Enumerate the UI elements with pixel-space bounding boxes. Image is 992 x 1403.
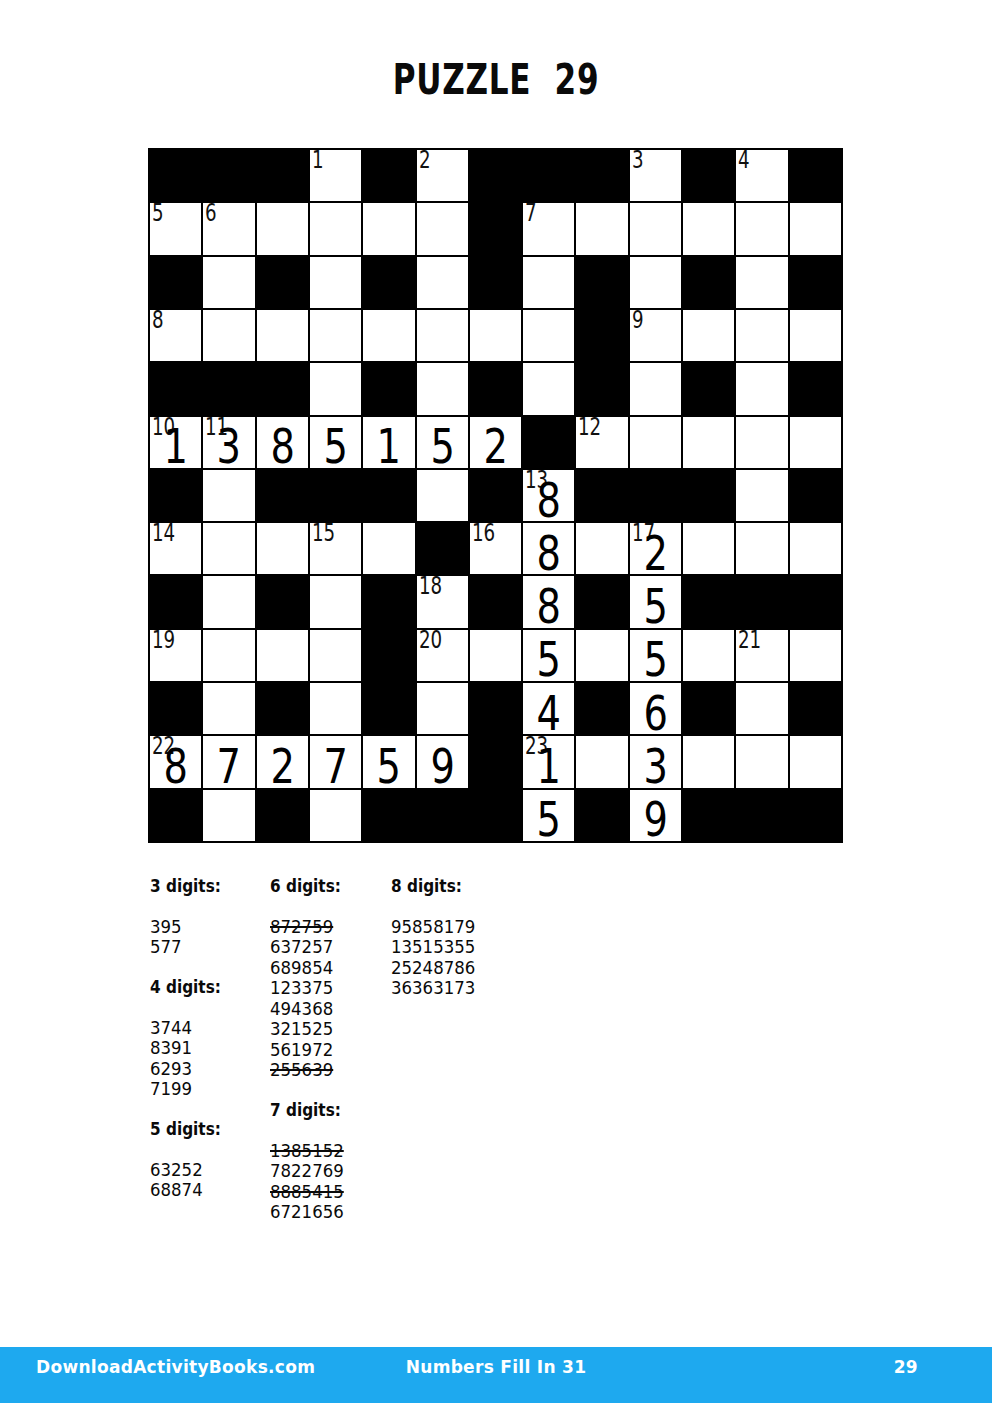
grid-cell[interactable]: 6 bbox=[630, 683, 681, 734]
grid-cell-black bbox=[363, 470, 414, 521]
clue-item: 6293 bbox=[150, 1059, 227, 1080]
clue-item: 6721656 bbox=[270, 1202, 356, 1223]
grid-cell-black bbox=[683, 150, 734, 201]
cell-clue-number: 15 bbox=[312, 520, 335, 548]
clue-group-header: 6 digits: bbox=[270, 876, 349, 897]
grid-cell[interactable] bbox=[523, 363, 574, 414]
grid-cell-black bbox=[790, 790, 841, 841]
grid-cell[interactable] bbox=[203, 523, 254, 574]
cell-filled-digit: 5 bbox=[368, 736, 409, 787]
grid-cell[interactable] bbox=[203, 257, 254, 308]
grid-cell-black bbox=[257, 150, 308, 201]
cell-filled-digit: 2 bbox=[475, 417, 516, 468]
cell-clue-number: 2 bbox=[419, 147, 431, 175]
cell-filled-digit: 1 bbox=[528, 736, 569, 787]
grid-cell-black bbox=[470, 363, 521, 414]
grid-cell-black bbox=[417, 790, 468, 841]
grid-cell-black bbox=[683, 790, 734, 841]
grid-cell-black bbox=[683, 683, 734, 734]
grid-cell-black bbox=[683, 257, 734, 308]
grid-cell-black bbox=[257, 683, 308, 734]
grid-cell-black bbox=[523, 150, 574, 201]
grid-cell-black bbox=[683, 576, 734, 627]
grid-cell[interactable]: 14 bbox=[150, 523, 201, 574]
cell-clue-number: 21 bbox=[738, 627, 761, 655]
grid-cell-black bbox=[576, 683, 627, 734]
grid-cell[interactable] bbox=[576, 630, 627, 681]
grid-cell-black bbox=[576, 790, 627, 841]
grid-cell[interactable] bbox=[310, 257, 361, 308]
grid-cell[interactable] bbox=[470, 310, 521, 361]
grid-cell-black bbox=[790, 363, 841, 414]
grid-cell-black bbox=[150, 150, 201, 201]
cell-clue-number: 19 bbox=[152, 627, 175, 655]
clue-item: 63252 bbox=[150, 1160, 227, 1181]
cell-clue-number: 7 bbox=[525, 200, 537, 228]
grid-cell-black bbox=[736, 576, 787, 627]
cell-clue-number: 9 bbox=[632, 307, 644, 335]
clue-item-crossed-out: 255639 bbox=[270, 1060, 356, 1081]
clue-group: 8 digits:9585817913515355252487863636317… bbox=[391, 876, 483, 999]
grid-cell[interactable] bbox=[736, 310, 787, 361]
grid-cell[interactable]: 16 bbox=[470, 523, 521, 574]
grid-cell[interactable] bbox=[310, 363, 361, 414]
cell-filled-digit: 6 bbox=[635, 683, 676, 734]
grid-cell[interactable]: 4 bbox=[736, 150, 787, 201]
grid-cell[interactable]: 5 bbox=[363, 736, 414, 787]
grid-cell-black bbox=[150, 363, 201, 414]
clue-lists: 3 digits:3955774 digits:3744839162937199… bbox=[0, 876, 992, 1236]
grid-cell[interactable] bbox=[310, 310, 361, 361]
grid-cell[interactable] bbox=[203, 576, 254, 627]
footer-page-number: 29 bbox=[894, 1357, 918, 1377]
grid-cell[interactable] bbox=[736, 257, 787, 308]
clue-item: 3744 bbox=[150, 1018, 227, 1039]
cell-filled-digit: 8 bbox=[528, 523, 569, 574]
grid-cell-black bbox=[363, 630, 414, 681]
grid-cell[interactable]: 2 bbox=[257, 736, 308, 787]
grid-cell-black bbox=[576, 150, 627, 201]
grid-cell[interactable] bbox=[417, 310, 468, 361]
clue-group: 4 digits:3744839162937199 bbox=[150, 977, 233, 1100]
grid-cell-black bbox=[736, 790, 787, 841]
grid-cell-black bbox=[363, 257, 414, 308]
clue-column: 8 digits:9585817913515355252487863636317… bbox=[391, 876, 483, 1018]
clue-item: 7822769 bbox=[270, 1161, 356, 1182]
clue-item: 8391 bbox=[150, 1038, 227, 1059]
cell-clue-number: 1 bbox=[312, 147, 324, 175]
clue-group: 7 digits:1385152782276988854156721656 bbox=[270, 1100, 363, 1223]
grid-cell[interactable] bbox=[203, 470, 254, 521]
puzzle-grid: 1234567891011138515212138141516817218851… bbox=[148, 148, 843, 843]
grid-cell[interactable]: 6 bbox=[203, 203, 254, 254]
cell-filled-digit: 8 bbox=[262, 417, 303, 468]
grid-cell-black bbox=[150, 790, 201, 841]
grid-cell[interactable] bbox=[790, 523, 841, 574]
grid-cell[interactable] bbox=[417, 683, 468, 734]
cell-filled-digit: 5 bbox=[635, 576, 676, 627]
clue-group: 6 digits:8727596372576898541233754943683… bbox=[270, 876, 363, 1081]
grid-cell[interactable] bbox=[630, 363, 681, 414]
cell-clue-number: 4 bbox=[738, 147, 750, 175]
cell-filled-digit: 3 bbox=[208, 417, 249, 468]
grid-cell[interactable] bbox=[203, 790, 254, 841]
grid-cell[interactable] bbox=[736, 470, 787, 521]
grid-cell-black bbox=[576, 257, 627, 308]
cell-filled-digit: 1 bbox=[368, 417, 409, 468]
grid-cell-black bbox=[257, 576, 308, 627]
clue-group-header: 4 digits: bbox=[150, 977, 221, 998]
cell-clue-number: 5 bbox=[152, 200, 164, 228]
grid-cell[interactable]: 101 bbox=[150, 417, 201, 468]
clue-item-crossed-out: 872759 bbox=[270, 917, 356, 938]
grid-cell[interactable] bbox=[257, 523, 308, 574]
clue-item: 7199 bbox=[150, 1079, 227, 1100]
grid-cell-black bbox=[576, 576, 627, 627]
cell-clue-number: 16 bbox=[472, 520, 495, 548]
grid-cell-black bbox=[310, 470, 361, 521]
grid-cell[interactable] bbox=[523, 257, 574, 308]
grid-cell-black bbox=[576, 470, 627, 521]
grid-cell[interactable]: 5 bbox=[630, 576, 681, 627]
clue-item: 637257 bbox=[270, 937, 356, 958]
clue-column: 6 digits:8727596372576898541233754943683… bbox=[270, 876, 363, 1242]
grid-cell[interactable] bbox=[310, 630, 361, 681]
cell-clue-number: 18 bbox=[419, 573, 442, 601]
grid-cell[interactable] bbox=[203, 683, 254, 734]
grid-cell[interactable] bbox=[363, 523, 414, 574]
grid-cell-black bbox=[150, 470, 201, 521]
grid-cell-black bbox=[203, 150, 254, 201]
grid-cell[interactable] bbox=[257, 630, 308, 681]
grid-cell-black bbox=[150, 576, 201, 627]
grid-cell[interactable] bbox=[257, 310, 308, 361]
grid-cell-black bbox=[150, 257, 201, 308]
grid-cell[interactable] bbox=[683, 203, 734, 254]
grid-cell[interactable] bbox=[417, 470, 468, 521]
page: PUZZLE 29 123456789101113851521213814151… bbox=[0, 0, 992, 1403]
grid-cell[interactable]: 9 bbox=[417, 736, 468, 787]
clue-item-crossed-out: 8885415 bbox=[270, 1182, 356, 1203]
grid-cell-black bbox=[203, 363, 254, 414]
grid-cell[interactable]: 172 bbox=[630, 523, 681, 574]
clue-group: 5 digits:6325268874 bbox=[150, 1119, 233, 1201]
grid-cell[interactable]: 3 bbox=[630, 150, 681, 201]
grid-cell[interactable]: 20 bbox=[417, 630, 468, 681]
grid-cell[interactable] bbox=[790, 736, 841, 787]
grid-cell-black bbox=[470, 790, 521, 841]
grid-cell[interactable] bbox=[736, 363, 787, 414]
clue-item: 95858179 bbox=[391, 917, 475, 938]
grid-cell[interactable]: 113 bbox=[203, 417, 254, 468]
grid-cell-black bbox=[470, 257, 521, 308]
clue-item: 689854 bbox=[270, 958, 356, 979]
grid-cell-black bbox=[470, 683, 521, 734]
grid-cell[interactable] bbox=[310, 790, 361, 841]
grid-cell[interactable] bbox=[363, 310, 414, 361]
grid-cell[interactable] bbox=[683, 310, 734, 361]
grid-cell-black bbox=[470, 736, 521, 787]
clue-item-crossed-out: 1385152 bbox=[270, 1141, 356, 1162]
grid-cell[interactable]: 5 bbox=[630, 630, 681, 681]
clue-item: 321525 bbox=[270, 1019, 356, 1040]
grid-cell-black bbox=[257, 790, 308, 841]
clue-group-header: 3 digits: bbox=[150, 876, 221, 897]
grid-cell-black bbox=[790, 470, 841, 521]
grid-cell[interactable]: 9 bbox=[630, 310, 681, 361]
grid-cell-black bbox=[417, 523, 468, 574]
grid-cell[interactable]: 5 bbox=[523, 790, 574, 841]
grid-cell-black bbox=[630, 470, 681, 521]
clue-group-header: 8 digits: bbox=[391, 876, 469, 897]
grid-cell-black bbox=[470, 150, 521, 201]
grid-cell[interactable]: 8 bbox=[523, 576, 574, 627]
grid-cell-black bbox=[576, 363, 627, 414]
grid-cell[interactable]: 7 bbox=[310, 736, 361, 787]
grid-cell-black bbox=[470, 203, 521, 254]
grid-cell[interactable] bbox=[683, 630, 734, 681]
grid-cell[interactable] bbox=[630, 257, 681, 308]
cell-clue-number: 6 bbox=[205, 200, 217, 228]
grid-cell[interactable]: 1 bbox=[310, 150, 361, 201]
grid-cell-black bbox=[150, 683, 201, 734]
cell-clue-number: 3 bbox=[632, 147, 644, 175]
grid-cell-black bbox=[790, 683, 841, 734]
cell-filled-digit: 2 bbox=[262, 736, 303, 787]
grid-cell[interactable] bbox=[417, 203, 468, 254]
grid-cell[interactable]: 8 bbox=[257, 417, 308, 468]
grid-cell[interactable] bbox=[736, 736, 787, 787]
grid-cell-black bbox=[257, 363, 308, 414]
grid-cell[interactable] bbox=[790, 203, 841, 254]
grid-cell[interactable]: 138 bbox=[523, 470, 574, 521]
grid-cell[interactable] bbox=[683, 736, 734, 787]
grid-cell[interactable] bbox=[630, 417, 681, 468]
clue-item: 25248786 bbox=[391, 958, 475, 979]
grid-cell[interactable] bbox=[257, 203, 308, 254]
grid-cell[interactable] bbox=[310, 683, 361, 734]
clue-item: 68874 bbox=[150, 1180, 227, 1201]
grid-cell-black bbox=[363, 576, 414, 627]
footer-bar: DownloadActivityBooks.com Numbers Fill I… bbox=[0, 1347, 992, 1403]
clue-item: 395 bbox=[150, 917, 227, 938]
grid-cell[interactable] bbox=[203, 310, 254, 361]
grid-cell-black bbox=[790, 257, 841, 308]
cell-filled-digit: 5 bbox=[528, 630, 569, 681]
grid-cell[interactable] bbox=[736, 417, 787, 468]
cell-filled-digit: 9 bbox=[422, 736, 463, 787]
grid-cell[interactable] bbox=[310, 576, 361, 627]
cell-filled-digit: 1 bbox=[155, 417, 196, 468]
grid-cell[interactable]: 5 bbox=[523, 630, 574, 681]
grid-cell-black bbox=[470, 576, 521, 627]
cell-filled-digit: 5 bbox=[528, 790, 569, 841]
grid-cell-black bbox=[576, 310, 627, 361]
grid-cell-black bbox=[363, 790, 414, 841]
grid-cell[interactable]: 5 bbox=[417, 417, 468, 468]
clue-item: 561972 bbox=[270, 1040, 356, 1061]
grid-cell[interactable] bbox=[790, 630, 841, 681]
grid-cell[interactable]: 4 bbox=[523, 683, 574, 734]
grid-cell-black bbox=[257, 470, 308, 521]
cell-filled-digit: 7 bbox=[315, 736, 356, 787]
grid-cell-black bbox=[523, 417, 574, 468]
grid-cell-black bbox=[790, 150, 841, 201]
grid-cell[interactable] bbox=[203, 630, 254, 681]
grid-cell[interactable] bbox=[310, 203, 361, 254]
grid-cell[interactable] bbox=[363, 203, 414, 254]
grid-cell[interactable] bbox=[790, 417, 841, 468]
grid-cell[interactable] bbox=[417, 257, 468, 308]
grid-cell[interactable]: 7 bbox=[523, 203, 574, 254]
grid-cell[interactable] bbox=[417, 363, 468, 414]
cell-filled-digit: 3 bbox=[635, 736, 676, 787]
clue-group-header: 7 digits: bbox=[270, 1100, 349, 1121]
grid-cell[interactable] bbox=[630, 203, 681, 254]
grid-cell[interactable]: 5 bbox=[310, 417, 361, 468]
grid-cell[interactable]: 19 bbox=[150, 630, 201, 681]
cell-filled-digit: 8 bbox=[155, 736, 196, 787]
clue-item: 36363173 bbox=[391, 978, 475, 999]
clue-item: 494368 bbox=[270, 999, 356, 1020]
grid-cell[interactable]: 18 bbox=[417, 576, 468, 627]
grid-cell[interactable] bbox=[470, 630, 521, 681]
grid-cell[interactable] bbox=[523, 310, 574, 361]
grid-cell[interactable]: 12 bbox=[576, 417, 627, 468]
cell-clue-number: 12 bbox=[578, 414, 601, 442]
grid-cell[interactable]: 5 bbox=[150, 203, 201, 254]
grid-cell[interactable]: 8 bbox=[523, 523, 574, 574]
cell-clue-number: 14 bbox=[152, 520, 175, 548]
grid-cell[interactable] bbox=[736, 203, 787, 254]
grid-cell-black bbox=[363, 150, 414, 201]
grid-cell[interactable]: 3 bbox=[630, 736, 681, 787]
clue-group: 3 digits:395577 bbox=[150, 876, 233, 958]
grid-cell-black bbox=[683, 470, 734, 521]
clue-column: 3 digits:3955774 digits:3744839162937199… bbox=[150, 876, 233, 1220]
cell-filled-digit: 8 bbox=[528, 576, 569, 627]
grid-cell[interactable]: 228 bbox=[150, 736, 201, 787]
cell-filled-digit: 5 bbox=[635, 630, 676, 681]
grid-cell[interactable]: 1 bbox=[363, 417, 414, 468]
grid-cell[interactable] bbox=[576, 736, 627, 787]
cell-filled-digit: 9 bbox=[635, 790, 676, 841]
grid-cell-black bbox=[257, 257, 308, 308]
grid-cell-black bbox=[470, 470, 521, 521]
grid-cell[interactable]: 15 bbox=[310, 523, 361, 574]
grid-cell-black bbox=[363, 683, 414, 734]
cell-filled-digit: 2 bbox=[635, 523, 676, 574]
grid-cell[interactable]: 9 bbox=[630, 790, 681, 841]
cell-filled-digit: 5 bbox=[422, 417, 463, 468]
clue-item: 13515355 bbox=[391, 937, 475, 958]
grid-cell[interactable] bbox=[683, 523, 734, 574]
clue-group-header: 5 digits: bbox=[150, 1119, 221, 1140]
grid-cell[interactable]: 21 bbox=[736, 630, 787, 681]
grid-cell-black bbox=[790, 576, 841, 627]
grid-cell[interactable]: 231 bbox=[523, 736, 574, 787]
grid-cell[interactable]: 2 bbox=[470, 417, 521, 468]
grid-cell[interactable] bbox=[576, 523, 627, 574]
grid-cell-black bbox=[683, 363, 734, 414]
grid-cell[interactable] bbox=[576, 203, 627, 254]
puzzle-title: PUZZLE 29 bbox=[129, 59, 863, 101]
grid-cell[interactable] bbox=[683, 417, 734, 468]
grid-cell[interactable] bbox=[736, 683, 787, 734]
grid-cell[interactable] bbox=[736, 523, 787, 574]
cell-filled-digit: 4 bbox=[528, 683, 569, 734]
grid-cell[interactable]: 8 bbox=[150, 310, 201, 361]
cell-filled-digit: 5 bbox=[315, 417, 356, 468]
grid-cell-black bbox=[363, 363, 414, 414]
cell-filled-digit: 7 bbox=[208, 736, 249, 787]
cell-filled-digit: 8 bbox=[528, 470, 569, 521]
cell-clue-number: 20 bbox=[419, 627, 442, 655]
clue-item: 123375 bbox=[270, 978, 356, 999]
cell-clue-number: 8 bbox=[152, 307, 164, 335]
clue-item: 577 bbox=[150, 937, 227, 958]
grid-cell[interactable]: 2 bbox=[417, 150, 468, 201]
grid-cell[interactable]: 7 bbox=[203, 736, 254, 787]
footer-book-title: Numbers Fill In 31 bbox=[0, 1357, 992, 1377]
grid-cell[interactable] bbox=[790, 310, 841, 361]
